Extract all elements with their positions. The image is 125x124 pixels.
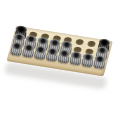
cell-r3c8[interactable] bbox=[92, 57, 106, 67]
product-photo-scene bbox=[0, 0, 125, 124]
gray-punch-piece-r3c8[interactable] bbox=[93, 55, 106, 70]
